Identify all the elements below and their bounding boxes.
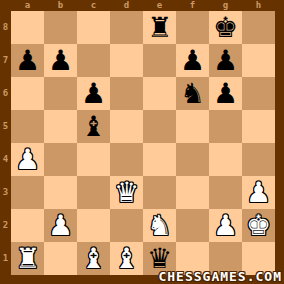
piece-white-bishop: ♝ xyxy=(114,242,139,275)
square-e8[interactable]: ♜ xyxy=(143,11,176,44)
piece-white-pawn: ♟ xyxy=(48,209,73,242)
square-h3[interactable]: ♟ xyxy=(242,176,275,209)
rank-label-2: 2 xyxy=(0,209,11,242)
square-d7[interactable] xyxy=(110,44,143,77)
rank-label-8: 8 xyxy=(0,11,11,44)
rank-labels: 87654321 xyxy=(0,11,11,275)
square-g2[interactable]: ♟ xyxy=(209,209,242,242)
square-f2[interactable] xyxy=(176,209,209,242)
file-labels: abcdefgh xyxy=(11,0,275,11)
square-a4[interactable]: ♟ xyxy=(11,143,44,176)
chess-board-diagram: abcdefgh 87654321 ♜♚♟♟♟♟♟♞♟♝♟♛♟♟♞♟♚♜♝♝♛ … xyxy=(0,0,284,284)
piece-white-bishop: ♝ xyxy=(81,242,106,275)
square-c4[interactable] xyxy=(77,143,110,176)
square-e6[interactable] xyxy=(143,77,176,110)
square-a3[interactable] xyxy=(11,176,44,209)
piece-black-pawn: ♟ xyxy=(213,44,238,77)
file-label-c: c xyxy=(77,0,110,11)
square-d3[interactable]: ♛ xyxy=(110,176,143,209)
square-a1[interactable]: ♜ xyxy=(11,242,44,275)
square-b3[interactable] xyxy=(44,176,77,209)
square-f8[interactable] xyxy=(176,11,209,44)
site-logo: CHESSGAMES.COM xyxy=(158,271,282,283)
file-label-b: b xyxy=(44,0,77,11)
square-g3[interactable] xyxy=(209,176,242,209)
square-h5[interactable] xyxy=(242,110,275,143)
piece-black-pawn: ♟ xyxy=(81,77,106,110)
piece-white-pawn: ♟ xyxy=(15,143,40,176)
square-d1[interactable]: ♝ xyxy=(110,242,143,275)
square-b7[interactable]: ♟ xyxy=(44,44,77,77)
rank-label-3: 3 xyxy=(0,176,11,209)
piece-white-king: ♚ xyxy=(246,209,271,242)
square-f5[interactable] xyxy=(176,110,209,143)
piece-white-knight: ♞ xyxy=(147,209,172,242)
square-c2[interactable] xyxy=(77,209,110,242)
square-e7[interactable] xyxy=(143,44,176,77)
square-h8[interactable] xyxy=(242,11,275,44)
square-c5[interactable]: ♝ xyxy=(77,110,110,143)
square-f3[interactable] xyxy=(176,176,209,209)
square-c6[interactable]: ♟ xyxy=(77,77,110,110)
file-label-d: d xyxy=(110,0,143,11)
square-d8[interactable] xyxy=(110,11,143,44)
square-f6[interactable]: ♞ xyxy=(176,77,209,110)
square-f7[interactable]: ♟ xyxy=(176,44,209,77)
square-e5[interactable] xyxy=(143,110,176,143)
square-a2[interactable] xyxy=(11,209,44,242)
piece-black-king: ♚ xyxy=(213,11,238,44)
piece-white-pawn: ♟ xyxy=(213,209,238,242)
rank-label-1: 1 xyxy=(0,242,11,275)
square-f4[interactable] xyxy=(176,143,209,176)
file-label-g: g xyxy=(209,0,242,11)
square-b8[interactable] xyxy=(44,11,77,44)
square-b2[interactable]: ♟ xyxy=(44,209,77,242)
square-e3[interactable] xyxy=(143,176,176,209)
piece-black-pawn: ♟ xyxy=(15,44,40,77)
piece-black-bishop: ♝ xyxy=(81,110,106,143)
square-e2[interactable]: ♞ xyxy=(143,209,176,242)
square-c7[interactable] xyxy=(77,44,110,77)
square-a7[interactable]: ♟ xyxy=(11,44,44,77)
piece-black-pawn: ♟ xyxy=(48,44,73,77)
rank-label-5: 5 xyxy=(0,110,11,143)
square-h6[interactable] xyxy=(242,77,275,110)
piece-black-pawn: ♟ xyxy=(180,44,205,77)
square-h2[interactable]: ♚ xyxy=(242,209,275,242)
square-d4[interactable] xyxy=(110,143,143,176)
square-b4[interactable] xyxy=(44,143,77,176)
square-c8[interactable] xyxy=(77,11,110,44)
square-g7[interactable]: ♟ xyxy=(209,44,242,77)
file-label-a: a xyxy=(11,0,44,11)
square-e4[interactable] xyxy=(143,143,176,176)
square-d2[interactable] xyxy=(110,209,143,242)
rank-label-4: 4 xyxy=(0,143,11,176)
square-b5[interactable] xyxy=(44,110,77,143)
square-h4[interactable] xyxy=(242,143,275,176)
square-g8[interactable]: ♚ xyxy=(209,11,242,44)
square-b6[interactable] xyxy=(44,77,77,110)
square-c1[interactable]: ♝ xyxy=(77,242,110,275)
square-g5[interactable] xyxy=(209,110,242,143)
square-a6[interactable] xyxy=(11,77,44,110)
square-g4[interactable] xyxy=(209,143,242,176)
file-label-f: f xyxy=(176,0,209,11)
piece-black-knight: ♞ xyxy=(180,77,205,110)
square-d5[interactable] xyxy=(110,110,143,143)
piece-white-queen: ♛ xyxy=(114,176,139,209)
rank-label-7: 7 xyxy=(0,44,11,77)
square-h7[interactable] xyxy=(242,44,275,77)
square-a8[interactable] xyxy=(11,11,44,44)
file-label-h: h xyxy=(242,0,275,11)
square-b1[interactable] xyxy=(44,242,77,275)
piece-black-rook: ♜ xyxy=(147,11,172,44)
square-c3[interactable] xyxy=(77,176,110,209)
square-g6[interactable]: ♟ xyxy=(209,77,242,110)
file-label-e: e xyxy=(143,0,176,11)
rank-label-6: 6 xyxy=(0,77,11,110)
piece-black-pawn: ♟ xyxy=(213,77,238,110)
square-d6[interactable] xyxy=(110,77,143,110)
piece-white-rook: ♜ xyxy=(15,242,40,275)
piece-white-pawn: ♟ xyxy=(246,176,271,209)
board: ♜♚♟♟♟♟♟♞♟♝♟♛♟♟♞♟♚♜♝♝♛ xyxy=(11,11,275,275)
square-a5[interactable] xyxy=(11,110,44,143)
